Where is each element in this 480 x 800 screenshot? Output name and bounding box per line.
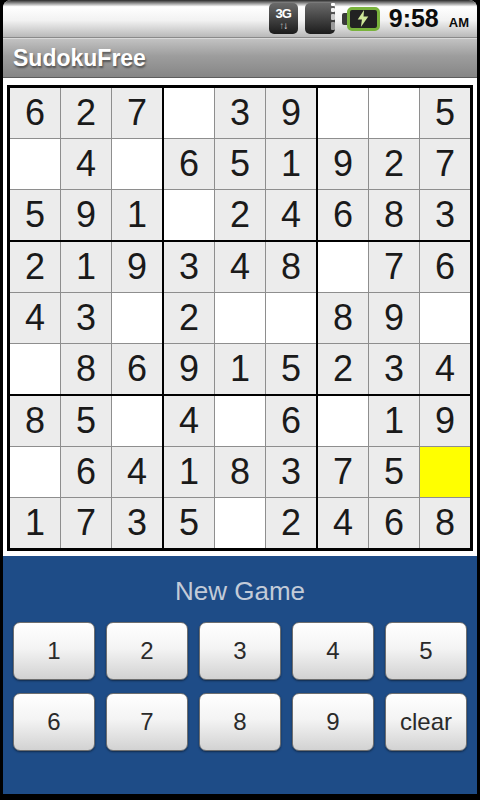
board-area: 6274591396512459276832194386348291576892… xyxy=(3,78,477,556)
cell-r7c2[interactable]: 5 xyxy=(61,396,111,446)
cell-r1c8[interactable] xyxy=(369,88,419,138)
sudoku-block-2: 3965124 xyxy=(164,88,316,240)
number-button-3[interactable]: 3 xyxy=(199,622,281,680)
cell-r7c7[interactable] xyxy=(318,396,368,446)
cell-r9c6[interactable]: 2 xyxy=(266,498,316,548)
cell-r4c6[interactable]: 8 xyxy=(266,242,316,292)
cell-r5c4[interactable]: 2 xyxy=(164,293,214,343)
cell-r3c3[interactable]: 1 xyxy=(112,190,162,240)
cell-r8c5[interactable]: 8 xyxy=(215,447,265,497)
cell-r6c2[interactable]: 8 xyxy=(61,344,111,394)
cell-r8c6[interactable]: 3 xyxy=(266,447,316,497)
cell-r2c2[interactable]: 4 xyxy=(61,139,111,189)
cell-r9c7[interactable]: 4 xyxy=(318,498,368,548)
lightning-bolt-icon xyxy=(357,10,369,27)
cell-r4c5[interactable]: 4 xyxy=(215,242,265,292)
cell-r9c1[interactable]: 1 xyxy=(10,498,60,548)
cell-r4c3[interactable]: 9 xyxy=(112,242,162,292)
cell-r6c8[interactable]: 3 xyxy=(369,344,419,394)
number-button-row-2: 6789clear xyxy=(3,693,477,751)
3g-label: 3G xyxy=(276,7,291,20)
battery-charging-icon xyxy=(342,7,380,31)
cell-r2c4[interactable]: 6 xyxy=(164,139,214,189)
cell-r8c1[interactable] xyxy=(10,447,60,497)
cell-r1c7[interactable] xyxy=(318,88,368,138)
clear-button[interactable]: clear xyxy=(385,693,467,751)
sudoku-block-6: 7689234 xyxy=(318,242,470,394)
cell-r1c9[interactable]: 5 xyxy=(420,88,470,138)
number-button-2[interactable]: 2 xyxy=(106,622,188,680)
cell-r8c2[interactable]: 6 xyxy=(61,447,111,497)
cell-r8c3[interactable]: 4 xyxy=(112,447,162,497)
cell-r8c4[interactable]: 1 xyxy=(164,447,214,497)
cell-r2c9[interactable]: 7 xyxy=(420,139,470,189)
down-arrow-icon: ↓ xyxy=(283,20,287,31)
cell-r3c2[interactable]: 9 xyxy=(61,190,111,240)
cell-r6c1[interactable] xyxy=(10,344,60,394)
cell-r1c5[interactable]: 3 xyxy=(215,88,265,138)
number-button-6[interactable]: 6 xyxy=(13,693,95,751)
cell-r3c9[interactable]: 3 xyxy=(420,190,470,240)
cell-r9c5[interactable] xyxy=(215,498,265,548)
cell-r8c9[interactable] xyxy=(420,447,470,497)
cell-r3c5[interactable]: 2 xyxy=(215,190,265,240)
cell-r6c3[interactable]: 6 xyxy=(112,344,162,394)
3g-data-icon: 3G ↑↓ xyxy=(269,3,298,34)
cell-r2c6[interactable]: 1 xyxy=(266,139,316,189)
control-panel: New Game 12345 6789clear xyxy=(3,556,477,794)
cell-r3c7[interactable]: 6 xyxy=(318,190,368,240)
cell-r5c1[interactable]: 4 xyxy=(10,293,60,343)
cell-r9c4[interactable]: 5 xyxy=(164,498,214,548)
cell-r4c9[interactable]: 6 xyxy=(420,242,470,292)
cell-r5c8[interactable]: 9 xyxy=(369,293,419,343)
cell-r2c1[interactable] xyxy=(10,139,60,189)
sudoku-block-8: 4618352 xyxy=(164,396,316,548)
cell-r6c4[interactable]: 9 xyxy=(164,344,214,394)
sudoku-block-5: 3482915 xyxy=(164,242,316,394)
cell-r4c8[interactable]: 7 xyxy=(369,242,419,292)
number-button-7[interactable]: 7 xyxy=(106,693,188,751)
cell-r2c3[interactable] xyxy=(112,139,162,189)
cell-r6c5[interactable]: 1 xyxy=(215,344,265,394)
cell-r7c6[interactable]: 6 xyxy=(266,396,316,446)
number-button-4[interactable]: 4 xyxy=(292,622,374,680)
cell-r9c2[interactable]: 7 xyxy=(61,498,111,548)
cell-r5c7[interactable]: 8 xyxy=(318,293,368,343)
cell-r3c8[interactable]: 8 xyxy=(369,190,419,240)
sudoku-block-4: 2194386 xyxy=(10,242,162,394)
cell-r1c6[interactable]: 9 xyxy=(266,88,316,138)
cell-r4c2[interactable]: 1 xyxy=(61,242,111,292)
cell-r3c6[interactable]: 4 xyxy=(266,190,316,240)
sudoku-block-9: 1975468 xyxy=(318,396,470,548)
number-button-8[interactable]: 8 xyxy=(199,693,281,751)
number-button-9[interactable]: 9 xyxy=(292,693,374,751)
cell-r2c5[interactable]: 5 xyxy=(215,139,265,189)
cell-r7c8[interactable]: 1 xyxy=(369,396,419,446)
sudoku-board: 6274591396512459276832194386348291576892… xyxy=(7,85,473,551)
new-game-button[interactable]: New Game xyxy=(3,576,477,608)
cell-r9c9[interactable]: 8 xyxy=(420,498,470,548)
sudoku-block-7: 8564173 xyxy=(10,396,162,548)
sudoku-block-1: 6274591 xyxy=(10,88,162,240)
cell-r1c4[interactable] xyxy=(164,88,214,138)
cell-r5c6[interactable] xyxy=(266,293,316,343)
cell-r2c8[interactable]: 2 xyxy=(369,139,419,189)
number-button-1[interactable]: 1 xyxy=(13,622,95,680)
cell-r5c9[interactable] xyxy=(420,293,470,343)
signal-strength-icon xyxy=(305,3,335,34)
cell-r7c3[interactable] xyxy=(112,396,162,446)
status-clock-meridiem: AM xyxy=(449,8,469,30)
cell-r3c4[interactable] xyxy=(164,190,214,240)
cell-r1c2[interactable]: 2 xyxy=(61,88,111,138)
cell-r4c1[interactable]: 2 xyxy=(10,242,60,292)
cell-r6c6[interactable]: 5 xyxy=(266,344,316,394)
cell-r8c8[interactable]: 5 xyxy=(369,447,419,497)
cell-r1c1[interactable]: 6 xyxy=(10,88,60,138)
phone-frame: 3G ↑↓ 9:58 AM SudokuFree 627459139651245… xyxy=(0,0,480,800)
cell-r6c9[interactable]: 4 xyxy=(420,344,470,394)
number-button-5[interactable]: 5 xyxy=(385,622,467,680)
cell-r7c4[interactable]: 4 xyxy=(164,396,214,446)
screen: 3G ↑↓ 9:58 AM SudokuFree 627459139651245… xyxy=(3,0,477,794)
cell-r8c7[interactable]: 7 xyxy=(318,447,368,497)
app-title: SudokuFree xyxy=(13,45,146,72)
sudoku-block-3: 5927683 xyxy=(318,88,470,240)
cell-r7c1[interactable]: 8 xyxy=(10,396,60,446)
cell-r4c4[interactable]: 3 xyxy=(164,242,214,292)
cell-r6c7[interactable]: 2 xyxy=(318,344,368,394)
cell-r3c1[interactable]: 5 xyxy=(10,190,60,240)
cell-r7c5[interactable] xyxy=(215,396,265,446)
number-button-row-1: 12345 xyxy=(3,622,477,680)
app-title-bar: SudokuFree xyxy=(3,38,477,78)
cell-r2c7[interactable]: 9 xyxy=(318,139,368,189)
cell-r5c2[interactable]: 3 xyxy=(61,293,111,343)
status-clock: 9:58 xyxy=(389,4,439,33)
cell-r4c7[interactable] xyxy=(318,242,368,292)
cell-r7c9[interactable]: 9 xyxy=(420,396,470,446)
cell-r5c5[interactable] xyxy=(215,293,265,343)
cell-r1c3[interactable]: 7 xyxy=(112,88,162,138)
cell-r9c3[interactable]: 3 xyxy=(112,498,162,548)
cell-r9c8[interactable]: 6 xyxy=(369,498,419,548)
cell-r5c3[interactable] xyxy=(112,293,162,343)
status-bar: 3G ↑↓ 9:58 AM xyxy=(3,0,477,38)
